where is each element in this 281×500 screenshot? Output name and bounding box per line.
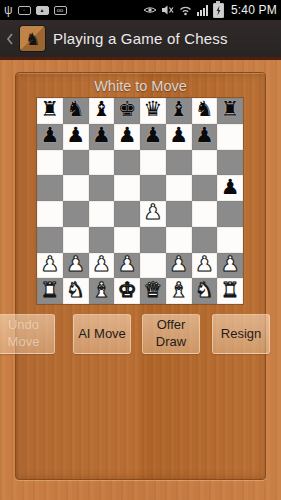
square[interactable]: ♟ [114,253,140,279]
black-piece: ♜ [221,99,240,120]
black-piece: ♟ [221,177,240,198]
square[interactable]: ♛ [140,98,166,124]
black-piece: ♞ [66,99,85,120]
smart-stay-eye-icon [143,5,157,15]
square[interactable]: ♝ [89,98,115,124]
sd-card-icon: ◦ [18,6,31,15]
usb-icon: ψ [4,4,13,16]
square[interactable] [63,227,89,253]
status-left-icons: ψ ◦ ▴ oo [4,4,67,16]
mute-icon [162,5,174,15]
square[interactable]: ♟ [89,253,115,279]
square[interactable] [217,150,243,176]
black-piece: ♟ [143,125,162,146]
square[interactable] [140,253,166,279]
status-clock: 5:40 PM [231,3,277,17]
gallery-icon: ▴ [36,6,49,15]
black-piece: ♚ [118,99,137,120]
resign-button[interactable]: Resign [212,314,270,354]
white-piece: ♟ [40,254,59,275]
white-piece: ♝ [169,280,188,301]
square[interactable]: ♜ [217,278,243,304]
square[interactable] [37,201,63,227]
square[interactable] [192,201,218,227]
square[interactable]: ♟ [63,253,89,279]
square[interactable] [89,150,115,176]
white-piece: ♟ [169,254,188,275]
square[interactable]: ♟ [166,124,192,150]
square[interactable]: ♟ [140,201,166,227]
square[interactable] [114,150,140,176]
voicemail-icon: oo [54,6,67,15]
square[interactable] [37,227,63,253]
square[interactable] [217,124,243,150]
chess-board: ♜♞♝♚♛♝♞♜♟♟♟♟♟♟♟♟♟♟♟♟♟♟♟♟♜♞♝♚♛♝♞♜ [37,98,243,304]
square[interactable]: ♚ [114,278,140,304]
status-bar: ψ ◦ ▴ oo [0,0,281,20]
white-piece: ♚ [118,280,137,301]
square[interactable] [89,227,115,253]
square[interactable] [89,175,115,201]
black-piece: ♟ [118,125,137,146]
page-title: Playing a Game of Chess [53,30,228,47]
black-piece: ♟ [195,125,214,146]
square[interactable] [63,201,89,227]
white-piece: ♟ [92,254,111,275]
square[interactable]: ♞ [192,98,218,124]
square[interactable]: ♝ [166,278,192,304]
square[interactable]: ♟ [217,175,243,201]
status-right-icons: 5:40 PM [143,3,277,18]
square[interactable] [166,227,192,253]
square[interactable]: ♟ [37,124,63,150]
white-piece: ♟ [66,254,85,275]
black-piece: ♝ [92,99,111,120]
square[interactable]: ♜ [37,98,63,124]
square[interactable]: ♟ [63,124,89,150]
undo-move-button[interactable]: Undo Move [0,314,55,354]
square[interactable] [166,150,192,176]
white-piece: ♞ [195,280,214,301]
white-piece: ♟ [195,254,214,275]
ai-move-button[interactable]: AI Move [73,314,131,354]
app-icon-knight: ♞ [20,26,45,51]
square[interactable]: ♟ [217,253,243,279]
white-piece: ♟ [143,202,162,223]
square[interactable] [89,201,115,227]
square[interactable] [140,150,166,176]
square[interactable] [192,227,218,253]
square[interactable]: ♟ [114,124,140,150]
square[interactable]: ♟ [192,124,218,150]
square[interactable] [217,201,243,227]
black-piece: ♞ [195,99,214,120]
black-piece: ♟ [92,125,111,146]
square[interactable]: ♚ [114,98,140,124]
back-button[interactable] [6,32,14,46]
white-piece: ♛ [143,280,162,301]
battery-charging-icon [213,3,224,18]
turn-indicator: White to Move [0,78,281,94]
square[interactable] [192,175,218,201]
white-piece: ♟ [118,254,137,275]
black-piece: ♟ [66,125,85,146]
square[interactable]: ♞ [63,98,89,124]
square[interactable]: ♝ [166,98,192,124]
square[interactable]: ♟ [166,253,192,279]
square[interactable]: ♛ [140,278,166,304]
square[interactable]: ♞ [192,278,218,304]
square[interactable]: ♜ [217,98,243,124]
square[interactable]: ♞ [63,278,89,304]
square[interactable]: ♟ [192,253,218,279]
square[interactable] [217,227,243,253]
white-piece: ♜ [221,280,240,301]
square[interactable]: ♜ [37,278,63,304]
square[interactable] [166,175,192,201]
black-piece: ♜ [40,99,59,120]
square[interactable]: ♟ [89,124,115,150]
square[interactable] [37,175,63,201]
square[interactable] [114,201,140,227]
signal-strength-icon [197,5,208,16]
square[interactable] [166,201,192,227]
game-controls: Undo Move AI Move Offer Draw Resign [0,314,281,354]
black-piece: ♟ [169,125,188,146]
offer-draw-button[interactable]: Offer Draw [142,314,200,354]
square[interactable] [114,175,140,201]
white-piece: ♝ [92,280,111,301]
white-piece: ♟ [221,254,240,275]
square[interactable]: ♟ [37,253,63,279]
square[interactable] [37,150,63,176]
square[interactable] [140,175,166,201]
white-piece: ♞ [66,280,85,301]
black-piece: ♟ [40,125,59,146]
black-piece: ♝ [169,99,188,120]
square[interactable] [114,227,140,253]
square[interactable] [192,150,218,176]
actionbar-divider [0,57,281,60]
square[interactable]: ♝ [89,278,115,304]
wifi-icon [179,5,192,16]
square[interactable]: ♟ [140,124,166,150]
square[interactable] [63,150,89,176]
action-bar: ♞ Playing a Game of Chess [0,20,281,57]
square[interactable] [63,175,89,201]
black-piece: ♛ [143,99,162,120]
square[interactable] [140,227,166,253]
white-piece: ♜ [40,280,59,301]
